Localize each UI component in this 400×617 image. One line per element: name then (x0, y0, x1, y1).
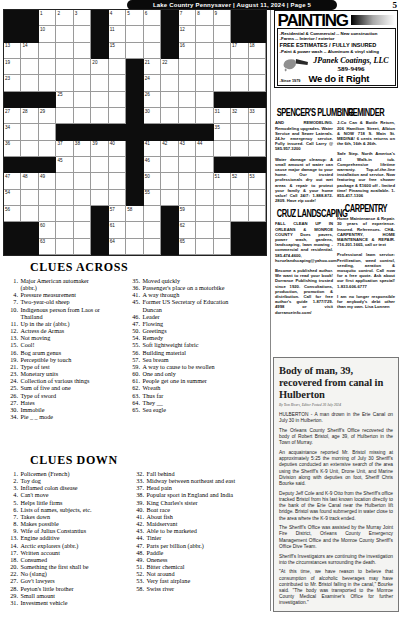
clue-text: Remedy (143, 334, 243, 341)
grid-cell-r13-c15[interactable] (249, 206, 266, 222)
column-divider (270, 10, 271, 611)
cell-number: 44 (197, 141, 202, 146)
grid-cell-r9-c14[interactable] (231, 141, 248, 157)
grid-cell-r10-c10[interactable] (161, 157, 178, 173)
grid-cell-r9-c3[interactable] (39, 141, 56, 157)
grid-cell-r2-c1 (4, 26, 21, 42)
grid-cell-r1-c10 (161, 10, 178, 26)
clue-number: 31. (6, 599, 18, 606)
cell-number: 7 (180, 11, 183, 16)
grid-cell-r4-c7[interactable] (109, 59, 126, 75)
grid-cell-r9-c6[interactable]: 39 (91, 141, 108, 157)
grid-cell-r13-c1[interactable]: 56 (4, 206, 21, 222)
grid-cell-r4-c11[interactable] (179, 59, 196, 75)
cell-number: 45 (57, 158, 62, 163)
grid-cell-r7-c5[interactable] (74, 108, 91, 124)
grid-cell-r12-c12[interactable] (196, 190, 213, 206)
article-body: HULBERTON - A man drown in the Erie Cana… (279, 412, 393, 607)
grid-cell-r10-c7[interactable] (109, 157, 126, 173)
classifieds-section: SPENCER'S PLUMBINGAND REMODELING. Remode… (273, 103, 399, 320)
grid-cell-r7-c1[interactable]: 27 (4, 108, 21, 124)
grid-cell-r3-c6 (91, 43, 108, 59)
grid-cell-r5-c2[interactable] (21, 75, 38, 91)
grid-cell-r9-c10[interactable]: 42 (161, 141, 178, 157)
grid-cell-r13-c13[interactable] (214, 206, 231, 222)
grid-cell-r1-c12[interactable]: 8 (196, 10, 213, 26)
clue-item: 21.Type of test (6, 363, 105, 370)
crossword-grid: 1234567891011121314151617181920212223242… (3, 9, 267, 256)
grid-cell-r2-c9[interactable] (144, 26, 161, 42)
grid-cell-r5-c4[interactable] (56, 75, 73, 91)
grid-cell-r5-c15[interactable] (249, 75, 266, 91)
grid-cell-r5-c3[interactable] (39, 75, 56, 91)
grid-cell-r5-c13[interactable] (214, 75, 231, 91)
grid-cell-r6-c3 (39, 92, 56, 108)
grid-cell-r12-c11[interactable] (179, 190, 196, 206)
grid-cell-r5-c9[interactable]: 24 (144, 75, 161, 91)
grid-cell-r11-c15[interactable]: 53 (249, 173, 266, 189)
grid-cell-r9-c15[interactable] (249, 141, 266, 157)
grid-cell-r9-c4[interactable]: 37 (56, 141, 73, 157)
clue-text: Lists of names, subjects, etc. (21, 506, 125, 513)
article-paragraph: An acquaintance reported Mr. Bristol mis… (279, 450, 393, 487)
grid-cell-r4-c3[interactable] (39, 59, 56, 75)
grid-cell-r6-c8 (126, 92, 143, 108)
grid-cell-r6-c12[interactable] (196, 92, 213, 108)
grid-cell-r12-c3[interactable] (39, 190, 56, 206)
grid-cell-r14-c2 (21, 222, 38, 238)
clue-text: Fall behind (147, 470, 245, 477)
grid-cell-r12-c7[interactable] (109, 190, 126, 206)
grid-cell-r6-c10[interactable] (161, 92, 178, 108)
clue-text: Sea bream (143, 356, 243, 363)
grid-cell-r12-c13[interactable] (214, 190, 231, 206)
grid-cell-r11-c9[interactable]: 50 (144, 173, 161, 189)
clue-text: Consumed (21, 556, 125, 563)
grid-cell-r3-c1[interactable]: 13 (4, 43, 21, 59)
grid-cell-r11-c10[interactable] (161, 173, 178, 189)
grid-cell-r7-c2[interactable]: 28 (21, 108, 38, 124)
grid-cell-r13-c12[interactable] (196, 206, 213, 222)
grid-cell-r12-c5[interactable] (74, 190, 91, 206)
grid-cell-r14-c4[interactable] (56, 222, 73, 238)
clue-number: 65. (128, 406, 140, 413)
grid-cell-r13-c10 (161, 206, 178, 222)
page-number: 5 (393, 0, 398, 10)
grid-cell-r12-c15[interactable] (249, 190, 266, 206)
cell-number: 40 (110, 141, 115, 146)
clue-item: 41.About fish (132, 513, 244, 520)
grid-cell-r4-c4[interactable] (56, 59, 73, 75)
grid-cell-r1-c5[interactable]: 3 (74, 10, 91, 26)
newspaper-page: Lake Country Pennysaver | August 11, 202… (0, 0, 400, 617)
grid-cell-r13-c7[interactable]: 57 (109, 206, 126, 222)
grid-cell-r3-c13[interactable] (214, 43, 231, 59)
clue-text: Paddle (147, 549, 245, 556)
grid-cell-r12-c6[interactable] (91, 190, 108, 206)
grid-cell-r13-c2[interactable] (21, 206, 38, 222)
grid-cell-r12-c2[interactable] (21, 190, 38, 206)
cell-number: 53 (250, 174, 255, 179)
grid-cell-r10-c9[interactable]: 46 (144, 157, 161, 173)
grid-cell-r15-c4[interactable] (56, 239, 73, 255)
grid-cell-r3-c3[interactable] (39, 43, 56, 59)
grid-cell-r4-c13[interactable] (214, 59, 231, 75)
grid-cell-r8-c1[interactable]: 34 (4, 124, 21, 140)
grid-cell-r3-c4[interactable] (56, 43, 73, 59)
grid-cell-r7-c3[interactable]: 29 (39, 108, 56, 124)
grid-cell-r14-c12[interactable] (196, 222, 213, 238)
clue-number: 49. (132, 556, 144, 563)
clue-text: Wife of Julius Constantius (21, 527, 125, 534)
clue-text: They __ (143, 399, 243, 406)
cell-number: 1 (40, 11, 43, 16)
grid-cell-r9-c5[interactable]: 38 (74, 141, 91, 157)
grid-cell-r8-c2[interactable] (21, 124, 38, 140)
grid-cell-r14-c5[interactable] (74, 222, 91, 238)
grid-cell-r11-c13[interactable]: 51 (214, 173, 231, 189)
grid-cell-r4-c5[interactable] (74, 59, 91, 75)
cell-number: 33 (250, 109, 255, 114)
clue-number: 1. (6, 470, 18, 477)
cell-number: 62 (180, 223, 185, 228)
grid-cell-r2-c11[interactable]: 12 (179, 26, 196, 42)
grid-cell-r5-c7[interactable] (109, 75, 126, 91)
grid-cell-r6-c5[interactable] (74, 92, 91, 108)
clue-text: Thus far (143, 392, 243, 399)
grid-cell-r3-c8[interactable] (126, 43, 143, 59)
grid-cell-r11-c7[interactable] (109, 173, 126, 189)
grid-cell-r8-c3[interactable] (39, 124, 56, 140)
grid-cell-r7-c4[interactable] (56, 108, 73, 124)
grid-cell-r7-c12[interactable] (196, 108, 213, 124)
grid-cell-r2-c5[interactable] (74, 26, 91, 42)
grid-cell-r1-c9[interactable]: 6 (144, 10, 161, 26)
grid-cell-r11-c6[interactable] (91, 173, 108, 189)
clue-item: 48.Paddle (132, 549, 244, 556)
grid-cell-r3-c9[interactable] (144, 43, 161, 59)
clue-number: 55. (128, 341, 140, 348)
grid-cell-r7-c14[interactable]: 32 (231, 108, 248, 124)
grid-cell-r4-c6[interactable]: 20 (91, 59, 108, 75)
grid-cell-r8-c13[interactable]: 35 (214, 124, 231, 140)
grid-cell-r13-c14[interactable] (231, 206, 248, 222)
cell-number: 39 (92, 141, 97, 146)
clue-item: 9.Wife of Julius Constantius (6, 527, 124, 534)
clue-item: 61.People get one in summer (128, 377, 242, 384)
grid-cell-r8-c10 (161, 124, 178, 140)
grid-cell-r8-c15[interactable] (249, 124, 266, 140)
clue-number: 46. (128, 313, 140, 320)
clue-number: 32. (132, 470, 144, 477)
news-article: Body of man, 39, recovered from canal in… (273, 357, 399, 612)
clue-number: 27. (6, 577, 18, 584)
grid-cell-r2-c8[interactable] (126, 26, 143, 42)
clue-number: 37. (132, 484, 144, 491)
cell-number: 41 (145, 141, 150, 146)
grid-cell-r15-c8[interactable] (126, 239, 143, 255)
classified-ad: I am no longer responsible for anybody's… (337, 294, 395, 310)
clue-text: A way through (143, 291, 243, 298)
cell-number: 27 (5, 109, 10, 114)
gradient-bar-decoration (351, 15, 395, 25)
clue-item: 8.Makes possible (6, 520, 124, 527)
grid-cell-r1-c8[interactable]: 5 (126, 10, 143, 26)
grid-cell-r3-c12[interactable] (196, 43, 213, 59)
grid-cell-r11-c12[interactable] (196, 173, 213, 189)
clue-number: 63. (128, 392, 140, 399)
grid-cell-r12-c14[interactable] (231, 190, 248, 206)
grid-cell-r14-c11[interactable]: 62 (179, 222, 196, 238)
grid-cell-r1-c11[interactable]: 7 (179, 10, 196, 26)
grid-cell-r5-c5[interactable] (74, 75, 91, 91)
grid-cell-r5-c11[interactable] (179, 75, 196, 91)
grid-cell-r8-c14[interactable] (231, 124, 248, 140)
grid-cell-r5-c6[interactable] (91, 75, 108, 91)
clue-text: Sea eagle (143, 406, 243, 413)
grid-cell-r3-c14[interactable]: 17 (231, 43, 248, 59)
clue-number: 30. (6, 406, 18, 413)
grid-cell-r5-c1[interactable]: 23 (4, 75, 21, 91)
grid-cell-r14-c15 (249, 222, 266, 238)
grid-cell-r6-c9[interactable]: 26 (144, 92, 161, 108)
grid-cell-r8-c11 (179, 124, 196, 140)
grid-cell-r9-c1[interactable]: 36 (4, 141, 21, 157)
grid-cell-r13-c4[interactable] (56, 206, 73, 222)
clue-number: 56. (128, 349, 140, 356)
grid-cell-r15-c3[interactable]: 63 (39, 239, 56, 255)
grid-cell-r10-c14 (231, 157, 248, 173)
cell-number: 11 (110, 27, 115, 32)
grid-cell-r10-c11[interactable] (179, 157, 196, 173)
cell-number: 43 (180, 141, 185, 146)
clue-item: 16.Bog arum genus (6, 349, 105, 356)
grid-cell-r7-c15[interactable]: 33 (249, 108, 266, 124)
clue-item: 36.Passenger's place on a motorbike (128, 284, 242, 291)
grid-cell-r11-c3[interactable]: 49 (39, 173, 56, 189)
clue-number: 59. (128, 363, 140, 370)
grid-cell-r7-c6[interactable] (91, 108, 108, 124)
cell-number: 58 (127, 207, 132, 212)
clue-text: Type of sword (21, 392, 106, 399)
grid-cell-r14-c3[interactable]: 60 (39, 222, 56, 238)
clue-text: Passenger's place on a motorbike (143, 284, 243, 291)
grid-cell-r6-c11[interactable] (179, 92, 196, 108)
grid-cell-r6-c7[interactable] (109, 92, 126, 108)
painting-ad-logo-row: JPanek Coatings, LLC 589-9496 (280, 56, 393, 73)
clue-item: 14.Arctic explorers (abbr.) (6, 542, 124, 549)
grid-cell-r6-c4[interactable]: 25 (56, 92, 73, 108)
clue-text: Toy dog (21, 477, 125, 484)
clue-number: 18. (6, 556, 18, 563)
grid-cell-r6-c6[interactable] (91, 92, 108, 108)
grid-cell-r14-c13[interactable] (214, 222, 231, 238)
grid-cell-r7-c10[interactable] (161, 108, 178, 124)
clue-number: 15. (6, 341, 18, 348)
clue-number: 22. (6, 570, 18, 577)
grid-cell-r5-c12[interactable] (196, 75, 213, 91)
clue-number: 57. (128, 356, 140, 363)
grid-cell-r10-c13 (214, 157, 231, 173)
grid-cell-r3-c2[interactable]: 14 (21, 43, 38, 59)
grid-cell-r2-c3[interactable]: 10 (39, 26, 56, 42)
clue-text: Oneness (147, 556, 245, 563)
clue-text: Cool! (21, 341, 106, 348)
clue-item: 58.Swiss river (132, 585, 244, 592)
clue-text: Swiss river (147, 585, 245, 592)
clue-text: Takes down (21, 513, 125, 520)
grid-cell-r4-c9[interactable]: 21 (144, 59, 161, 75)
grid-cell-r9-c12[interactable]: 44 (196, 141, 213, 157)
grid-cell-r5-c10[interactable] (161, 75, 178, 91)
cell-number: 26 (145, 92, 150, 97)
grid-cell-r11-c14[interactable]: 52 (231, 173, 248, 189)
grid-cell-r15-c13[interactable] (214, 239, 231, 255)
grid-cell-r1-c7[interactable]: 4 (109, 10, 126, 26)
painting-ad-title-row: PAINTING (277, 13, 396, 28)
clue-text: Building material (143, 349, 243, 356)
clue-text: Former US Secretary of Education Duncan (143, 298, 243, 312)
clue-text: Able to be marketed (147, 527, 245, 534)
clue-number: 38. (132, 491, 144, 498)
cell-number: 28 (22, 109, 27, 114)
clue-number: 61. (128, 377, 140, 384)
article-paragraph: Deputy Jeff Cole and K-9 Otto from the S… (279, 491, 393, 522)
grid-cell-r5-c14[interactable] (231, 75, 248, 91)
grid-cell-r2-c4[interactable] (56, 26, 73, 42)
grid-cell-r3-c15[interactable]: 18 (249, 43, 266, 59)
grid-cell-r4-c15[interactable] (249, 59, 266, 75)
grid-cell-r12-c10[interactable] (161, 190, 178, 206)
grid-cell-r13-c5[interactable] (74, 206, 91, 222)
grid-cell-r13-c3[interactable] (39, 206, 56, 222)
classified-ad: Become a published author. We want to re… (275, 268, 333, 315)
grid-cell-r1-c3[interactable]: 1 (39, 10, 56, 26)
classifieds-right-column: REMINDERJ-Co Can & Bottle Return, 206 Ha… (337, 103, 395, 320)
grid-cell-r11-c1[interactable]: 47 (4, 173, 21, 189)
grid-cell-r14-c7[interactable]: 61 (109, 222, 126, 238)
grid-cell-r11-c4[interactable] (56, 173, 73, 189)
clue-item: 41.A way through (128, 291, 242, 298)
clue-number: 53. (132, 577, 144, 584)
clue-item: 44.Tinier (132, 534, 244, 541)
clue-number: 40. (132, 506, 144, 513)
clues-across-section: 1.Major American automaker (abbr.)4.Pres… (6, 277, 242, 420)
grid-cell-r1-c4[interactable]: 2 (56, 10, 73, 26)
grid-cell-r4-c12[interactable] (196, 59, 213, 75)
grid-cell-r6-c13 (214, 92, 231, 108)
grid-cell-r4-c10[interactable]: 22 (161, 59, 178, 75)
grid-cell-r7-c9[interactable]: 30 (144, 108, 161, 124)
clue-text: Perceptible by touch (21, 356, 106, 363)
clue-item: 57.Sea bream (128, 356, 242, 363)
classified-header: CARPENTRY (339, 202, 394, 216)
grid-cell-r11-c11[interactable] (179, 173, 196, 189)
cell-number: 46 (145, 158, 150, 163)
grid-cell-r15-c11[interactable]: 65 (179, 239, 196, 255)
grid-cell-r3-c7[interactable]: 15 (109, 43, 126, 59)
grid-cell-r15-c7[interactable]: 64 (109, 239, 126, 255)
grid-cell-r13-c6 (91, 206, 108, 222)
grid-cell-r11-c2[interactable]: 48 (21, 173, 38, 189)
grid-cell-r12-c1[interactable]: 54 (4, 190, 21, 206)
grid-cell-r7-c7[interactable] (109, 108, 126, 124)
grid-cell-r9-c13[interactable] (214, 141, 231, 157)
grid-cell-r2-c7[interactable]: 11 (109, 26, 126, 42)
clue-number: 47. (128, 320, 140, 327)
cell-number: 13 (5, 43, 10, 48)
grid-cell-r10-c12[interactable] (196, 157, 213, 173)
grid-cell-r2-c6 (91, 26, 108, 42)
grid-cell-r3-c5[interactable] (74, 43, 91, 59)
grid-cell-r10-c6[interactable] (91, 157, 108, 173)
grid-cell-r15-c5[interactable] (74, 239, 91, 255)
grid-cell-r2-c12[interactable] (196, 26, 213, 42)
clue-item: 2.Toy dog (6, 477, 124, 484)
clue-item: 27.Hates (6, 399, 105, 406)
grid-cell-r11-c8 (126, 173, 143, 189)
clue-item: 47.Flowing (128, 320, 242, 327)
grid-cell-r4-c14[interactable] (231, 59, 248, 75)
grid-cell-r1-c13[interactable]: 9 (214, 10, 231, 26)
grid-cell-r4-c1[interactable]: 19 (4, 59, 21, 75)
grid-cell-r9-c2[interactable] (21, 141, 38, 157)
grid-cell-r10-c5[interactable] (74, 157, 91, 173)
grid-cell-r13-c11[interactable]: 59 (179, 206, 196, 222)
grid-cell-r14-c8[interactable] (126, 222, 143, 238)
grid-cell-r10-c4[interactable]: 45 (56, 157, 73, 173)
grid-cell-r13-c9[interactable] (144, 206, 161, 222)
grid-cell-r4-c2[interactable] (21, 59, 38, 75)
grid-cell-r2-c13[interactable] (214, 26, 231, 42)
grid-cell-r15-c12[interactable] (196, 239, 213, 255)
grid-cell-r15-c6 (91, 239, 108, 255)
grid-cell-r7-c13[interactable]: 31 (214, 108, 231, 124)
clue-text: King Charles's sister (147, 499, 245, 506)
clue-text: Gov't lawyers (21, 577, 125, 584)
grid-cell-r7-c11[interactable] (179, 108, 196, 124)
clue-text: Indigenous person from Laos or Thailand (21, 306, 106, 320)
cell-number: 31 (215, 109, 220, 114)
grid-cell-r10-c15 (249, 157, 266, 173)
grid-cell-r3-c11[interactable]: 16 (179, 43, 196, 59)
clue-item: 24.Collection of various things (6, 377, 105, 384)
grid-cell-r9-c9[interactable]: 41 (144, 141, 161, 157)
grid-cell-r9-c7[interactable]: 40 (109, 141, 126, 157)
cell-number: 4 (110, 11, 113, 16)
grid-cell-r15-c9[interactable] (144, 239, 161, 255)
clue-text: Actress de Armas (21, 327, 106, 334)
grid-cell-r13-c8[interactable]: 58 (126, 206, 143, 222)
grid-cell-r6-c1 (4, 92, 21, 108)
grid-cell-r12-c9[interactable]: 55 (144, 190, 161, 206)
clue-number: 2. (6, 477, 18, 484)
clue-number: 41. (132, 513, 144, 520)
grid-cell-r12-c4[interactable] (56, 190, 73, 206)
clue-number: 62. (128, 384, 140, 391)
grid-cell-r11-c5[interactable] (74, 173, 91, 189)
grid-cell-r9-c11[interactable]: 43 (179, 141, 196, 157)
cell-number: 32 (232, 109, 237, 114)
cell-number: 34 (5, 125, 10, 130)
clue-item: 60.One and only (128, 370, 242, 377)
grid-cell-r14-c9[interactable] (144, 222, 161, 238)
clue-text: Not around (147, 570, 245, 577)
clue-text: Arctic explorers (abbr.) (21, 542, 125, 549)
clue-number: 39. (132, 499, 144, 506)
classified-header: REMINDER (339, 106, 394, 120)
classified-header: SPENCER'S PLUMBING (277, 106, 332, 120)
